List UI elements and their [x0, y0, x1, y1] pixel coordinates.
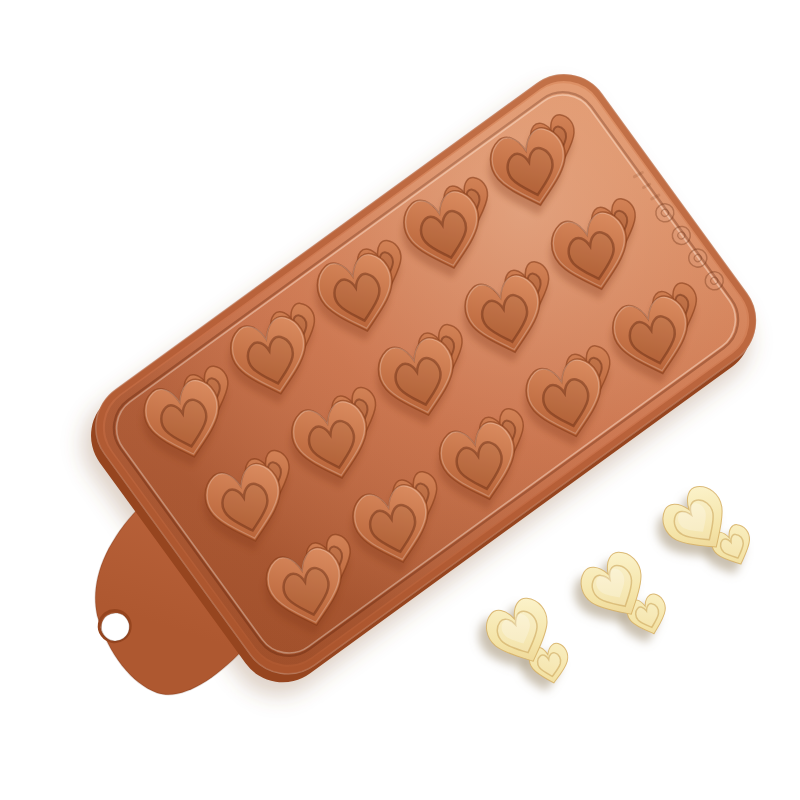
silicone-mold [0, 56, 782, 767]
chocolate-piece-double-heart [471, 591, 573, 697]
chocolate-piece-double-heart [563, 541, 675, 656]
product-photo [0, 0, 800, 800]
chocolate-piece-double-heart [642, 471, 762, 594]
product-photo-canvas [0, 0, 800, 800]
